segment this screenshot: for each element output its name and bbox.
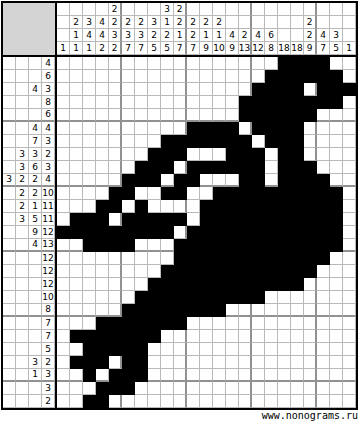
grid-cell[interactable]	[317, 122, 330, 135]
grid-cell[interactable]	[317, 109, 330, 122]
grid-cell[interactable]	[265, 291, 278, 304]
grid-cell[interactable]	[187, 57, 200, 70]
grid-cell[interactable]	[57, 174, 70, 187]
grid-cell[interactable]	[174, 369, 187, 382]
grid-cell[interactable]	[291, 356, 304, 369]
grid-cell[interactable]	[265, 278, 278, 291]
grid-cell[interactable]	[161, 83, 174, 96]
grid-cell[interactable]	[161, 57, 174, 70]
grid-cell[interactable]	[317, 226, 330, 239]
grid-cell[interactable]	[343, 148, 356, 161]
grid-cell[interactable]	[96, 96, 109, 109]
grid-cell[interactable]	[135, 278, 148, 291]
grid-cell[interactable]	[200, 109, 213, 122]
grid-cell[interactable]	[174, 109, 187, 122]
grid-cell[interactable]	[213, 135, 226, 148]
grid-cell[interactable]	[83, 96, 96, 109]
grid-cell[interactable]	[304, 96, 317, 109]
grid-cell[interactable]	[317, 369, 330, 382]
grid-cell[interactable]	[83, 70, 96, 83]
grid-cell[interactable]	[109, 226, 122, 239]
grid-cell[interactable]	[122, 252, 135, 265]
grid-cell[interactable]	[109, 148, 122, 161]
grid-cell[interactable]	[70, 395, 83, 408]
grid-cell[interactable]	[304, 395, 317, 408]
grid-cell[interactable]	[161, 382, 174, 395]
grid-cell[interactable]	[291, 161, 304, 174]
grid-cell[interactable]	[109, 252, 122, 265]
grid-cell[interactable]	[57, 330, 70, 343]
grid-cell[interactable]	[122, 200, 135, 213]
grid-cell[interactable]	[161, 174, 174, 187]
grid-cell[interactable]	[148, 343, 161, 356]
grid-cell[interactable]	[174, 395, 187, 408]
grid-cell[interactable]	[226, 174, 239, 187]
grid-cell[interactable]	[200, 161, 213, 174]
grid-cell[interactable]	[343, 330, 356, 343]
grid-cell[interactable]	[239, 395, 252, 408]
grid-cell[interactable]	[213, 200, 226, 213]
grid-cell[interactable]	[200, 382, 213, 395]
grid-cell[interactable]	[213, 174, 226, 187]
grid-cell[interactable]	[239, 265, 252, 278]
grid-cell[interactable]	[148, 317, 161, 330]
grid-cell[interactable]	[174, 161, 187, 174]
grid-cell[interactable]	[122, 278, 135, 291]
grid-cell[interactable]	[330, 395, 343, 408]
grid-cell[interactable]	[226, 265, 239, 278]
grid-cell[interactable]	[278, 174, 291, 187]
grid-cell[interactable]	[291, 330, 304, 343]
grid-cell[interactable]	[239, 252, 252, 265]
grid-cell[interactable]	[213, 70, 226, 83]
grid-cell[interactable]	[174, 135, 187, 148]
grid-cell[interactable]	[135, 343, 148, 356]
grid-cell[interactable]	[278, 304, 291, 317]
grid-cell[interactable]	[278, 382, 291, 395]
grid-cell[interactable]	[57, 96, 70, 109]
grid-cell[interactable]	[122, 317, 135, 330]
grid-cell[interactable]	[135, 265, 148, 278]
grid-cell[interactable]	[57, 148, 70, 161]
grid-cell[interactable]	[265, 226, 278, 239]
grid-cell[interactable]	[304, 382, 317, 395]
grid-cell[interactable]	[343, 135, 356, 148]
grid-cell[interactable]	[239, 330, 252, 343]
grid-cell[interactable]	[96, 213, 109, 226]
grid-cell[interactable]	[213, 109, 226, 122]
grid-cell[interactable]	[57, 213, 70, 226]
grid-cell[interactable]	[330, 382, 343, 395]
grid-cell[interactable]	[291, 226, 304, 239]
grid-cell[interactable]	[213, 382, 226, 395]
grid-cell[interactable]	[187, 83, 200, 96]
grid-cell[interactable]	[265, 343, 278, 356]
grid-cell[interactable]	[148, 109, 161, 122]
grid-cell[interactable]	[161, 96, 174, 109]
grid-cell[interactable]	[330, 239, 343, 252]
grid-cell[interactable]	[317, 174, 330, 187]
grid-cell[interactable]	[200, 213, 213, 226]
grid-cell[interactable]	[304, 278, 317, 291]
grid-cell[interactable]	[200, 278, 213, 291]
grid-cell[interactable]	[57, 291, 70, 304]
grid-cell[interactable]	[330, 278, 343, 291]
grid-cell[interactable]	[122, 356, 135, 369]
grid-cell[interactable]	[278, 291, 291, 304]
grid-cell[interactable]	[291, 122, 304, 135]
grid-cell[interactable]	[291, 291, 304, 304]
grid-cell[interactable]	[109, 382, 122, 395]
grid-cell[interactable]	[96, 265, 109, 278]
grid-cell[interactable]	[343, 57, 356, 70]
grid-cell[interactable]	[174, 278, 187, 291]
grid-cell[interactable]	[265, 57, 278, 70]
grid-cell[interactable]	[96, 148, 109, 161]
grid-cell[interactable]	[200, 57, 213, 70]
grid-cell[interactable]	[57, 265, 70, 278]
grid-cell[interactable]	[252, 187, 265, 200]
grid-cell[interactable]	[226, 356, 239, 369]
grid-cell[interactable]	[109, 83, 122, 96]
grid-cell[interactable]	[317, 161, 330, 174]
grid-cell[interactable]	[161, 252, 174, 265]
grid-cell[interactable]	[252, 161, 265, 174]
grid-cell[interactable]	[83, 174, 96, 187]
grid-cell[interactable]	[174, 356, 187, 369]
grid-cell[interactable]	[148, 369, 161, 382]
grid-cell[interactable]	[304, 109, 317, 122]
grid-cell[interactable]	[135, 148, 148, 161]
grid-cell[interactable]	[83, 226, 96, 239]
grid-cell[interactable]	[317, 83, 330, 96]
grid-cell[interactable]	[226, 70, 239, 83]
grid-cell[interactable]	[343, 356, 356, 369]
grid-cell[interactable]	[161, 317, 174, 330]
grid-cell[interactable]	[57, 239, 70, 252]
grid-cell[interactable]	[161, 161, 174, 174]
grid-cell[interactable]	[226, 226, 239, 239]
grid-cell[interactable]	[122, 395, 135, 408]
grid-cell[interactable]	[291, 343, 304, 356]
grid-cell[interactable]	[239, 122, 252, 135]
grid-cell[interactable]	[148, 291, 161, 304]
grid-cell[interactable]	[83, 109, 96, 122]
grid-cell[interactable]	[57, 200, 70, 213]
grid-cell[interactable]	[291, 96, 304, 109]
grid-cell[interactable]	[174, 330, 187, 343]
grid-cell[interactable]	[174, 239, 187, 252]
grid-cell[interactable]	[83, 213, 96, 226]
grid-cell[interactable]	[265, 317, 278, 330]
grid-cell[interactable]	[291, 109, 304, 122]
grid-cell[interactable]	[96, 135, 109, 148]
grid-cell[interactable]	[239, 200, 252, 213]
grid-cell[interactable]	[291, 265, 304, 278]
grid-cell[interactable]	[265, 330, 278, 343]
grid-cell[interactable]	[200, 356, 213, 369]
grid-cell[interactable]	[200, 265, 213, 278]
grid-cell[interactable]	[330, 317, 343, 330]
grid-cell[interactable]	[200, 174, 213, 187]
grid-cell[interactable]	[57, 395, 70, 408]
grid-cell[interactable]	[343, 395, 356, 408]
grid-cell[interactable]	[278, 239, 291, 252]
grid-cell[interactable]	[330, 304, 343, 317]
grid-cell[interactable]	[148, 252, 161, 265]
grid-cell[interactable]	[148, 382, 161, 395]
grid-cell[interactable]	[304, 304, 317, 317]
grid-cell[interactable]	[226, 109, 239, 122]
grid-cell[interactable]	[239, 187, 252, 200]
grid-cell[interactable]	[252, 304, 265, 317]
grid-cell[interactable]	[291, 148, 304, 161]
grid-cell[interactable]	[70, 135, 83, 148]
grid-cell[interactable]	[317, 135, 330, 148]
grid-cell[interactable]	[200, 369, 213, 382]
grid-cell[interactable]	[83, 161, 96, 174]
grid-cell[interactable]	[239, 226, 252, 239]
grid-cell[interactable]	[343, 213, 356, 226]
grid-cell[interactable]	[70, 265, 83, 278]
grid-cell[interactable]	[161, 291, 174, 304]
grid-cell[interactable]	[187, 135, 200, 148]
grid-cell[interactable]	[343, 317, 356, 330]
grid-cell[interactable]	[187, 356, 200, 369]
grid-cell[interactable]	[278, 330, 291, 343]
grid-cell[interactable]	[96, 356, 109, 369]
grid-cell[interactable]	[317, 330, 330, 343]
grid-cell[interactable]	[304, 291, 317, 304]
grid-cell[interactable]	[70, 70, 83, 83]
grid-cell[interactable]	[122, 83, 135, 96]
grid-cell[interactable]	[304, 135, 317, 148]
grid-cell[interactable]	[70, 330, 83, 343]
grid-cell[interactable]	[200, 96, 213, 109]
grid-cell[interactable]	[343, 291, 356, 304]
grid-cell[interactable]	[343, 382, 356, 395]
grid-cell[interactable]	[265, 83, 278, 96]
grid-cell[interactable]	[57, 161, 70, 174]
grid-cell[interactable]	[200, 330, 213, 343]
grid-cell[interactable]	[57, 278, 70, 291]
grid-cell[interactable]	[83, 278, 96, 291]
grid-cell[interactable]	[226, 96, 239, 109]
grid-cell[interactable]	[239, 70, 252, 83]
grid-cell[interactable]	[330, 70, 343, 83]
grid-cell[interactable]	[70, 252, 83, 265]
grid-cell[interactable]	[57, 57, 70, 70]
grid-cell[interactable]	[304, 213, 317, 226]
grid-cell[interactable]	[317, 343, 330, 356]
grid-cell[interactable]	[135, 161, 148, 174]
grid-cell[interactable]	[291, 369, 304, 382]
grid-cell[interactable]	[213, 213, 226, 226]
grid-cell[interactable]	[343, 343, 356, 356]
grid-cell[interactable]	[252, 343, 265, 356]
grid-cell[interactable]	[174, 187, 187, 200]
grid-cell[interactable]	[57, 70, 70, 83]
grid-cell[interactable]	[291, 200, 304, 213]
grid-cell[interactable]	[200, 239, 213, 252]
grid-cell[interactable]	[57, 226, 70, 239]
grid-cell[interactable]	[161, 226, 174, 239]
grid-cell[interactable]	[148, 70, 161, 83]
grid-cell[interactable]	[122, 187, 135, 200]
grid-cell[interactable]	[96, 291, 109, 304]
grid-cell[interactable]	[226, 382, 239, 395]
grid-cell[interactable]	[200, 135, 213, 148]
grid-cell[interactable]	[239, 135, 252, 148]
grid-cell[interactable]	[291, 278, 304, 291]
grid-cell[interactable]	[213, 304, 226, 317]
grid-cell[interactable]	[278, 122, 291, 135]
grid-cell[interactable]	[96, 161, 109, 174]
grid-cell[interactable]	[304, 369, 317, 382]
grid-cell[interactable]	[83, 291, 96, 304]
grid-cell[interactable]	[239, 83, 252, 96]
grid-cell[interactable]	[122, 174, 135, 187]
grid-cell[interactable]	[291, 57, 304, 70]
grid-cell[interactable]	[304, 252, 317, 265]
grid-cell[interactable]	[83, 187, 96, 200]
grid-cell[interactable]	[317, 395, 330, 408]
grid-cell[interactable]	[122, 330, 135, 343]
grid-cell[interactable]	[96, 317, 109, 330]
grid-cell[interactable]	[148, 200, 161, 213]
grid-cell[interactable]	[57, 304, 70, 317]
grid-cell[interactable]	[330, 265, 343, 278]
grid-cell[interactable]	[187, 96, 200, 109]
grid-cell[interactable]	[213, 356, 226, 369]
grid-cell[interactable]	[317, 252, 330, 265]
grid-cell[interactable]	[317, 70, 330, 83]
grid-cell[interactable]	[213, 187, 226, 200]
grid-cell[interactable]	[330, 109, 343, 122]
grid-cell[interactable]	[148, 330, 161, 343]
grid-cell[interactable]	[161, 70, 174, 83]
grid-cell[interactable]	[226, 252, 239, 265]
grid-cell[interactable]	[70, 304, 83, 317]
grid-cell[interactable]	[226, 369, 239, 382]
grid-cell[interactable]	[304, 83, 317, 96]
grid-cell[interactable]	[252, 356, 265, 369]
grid-cell[interactable]	[252, 291, 265, 304]
grid-cell[interactable]	[265, 135, 278, 148]
grid-cell[interactable]	[109, 356, 122, 369]
grid-cell[interactable]	[187, 369, 200, 382]
grid-cell[interactable]	[213, 226, 226, 239]
grid-cell[interactable]	[239, 109, 252, 122]
grid-cell[interactable]	[148, 213, 161, 226]
grid-cell[interactable]	[330, 291, 343, 304]
grid-cell[interactable]	[161, 148, 174, 161]
grid-cell[interactable]	[343, 278, 356, 291]
grid-cell[interactable]	[83, 395, 96, 408]
grid-cell[interactable]	[96, 369, 109, 382]
grid-cell[interactable]	[148, 83, 161, 96]
grid-cell[interactable]	[161, 265, 174, 278]
grid-cell[interactable]	[96, 395, 109, 408]
grid-cell[interactable]	[239, 343, 252, 356]
grid-cell[interactable]	[330, 200, 343, 213]
grid-cell[interactable]	[330, 135, 343, 148]
grid-cell[interactable]	[109, 174, 122, 187]
grid-cell[interactable]	[239, 57, 252, 70]
grid-cell[interactable]	[109, 96, 122, 109]
grid-cell[interactable]	[174, 148, 187, 161]
grid-cell[interactable]	[161, 356, 174, 369]
grid-cell[interactable]	[83, 356, 96, 369]
grid-cell[interactable]	[148, 135, 161, 148]
grid-cell[interactable]	[135, 291, 148, 304]
grid-cell[interactable]	[252, 213, 265, 226]
grid-cell[interactable]	[70, 57, 83, 70]
grid-cell[interactable]	[278, 200, 291, 213]
grid-cell[interactable]	[135, 187, 148, 200]
grid-cell[interactable]	[135, 382, 148, 395]
grid-cell[interactable]	[135, 213, 148, 226]
grid-cell[interactable]	[317, 317, 330, 330]
grid-cell[interactable]	[200, 200, 213, 213]
grid-cell[interactable]	[148, 96, 161, 109]
grid-cell[interactable]	[213, 252, 226, 265]
grid-cell[interactable]	[317, 187, 330, 200]
grid-cell[interactable]	[304, 317, 317, 330]
grid-cell[interactable]	[200, 83, 213, 96]
grid-cell[interactable]	[278, 343, 291, 356]
grid-cell[interactable]	[161, 135, 174, 148]
grid-cell[interactable]	[83, 200, 96, 213]
grid-cell[interactable]	[109, 304, 122, 317]
grid-cell[interactable]	[148, 174, 161, 187]
grid-cell[interactable]	[239, 161, 252, 174]
grid-cell[interactable]	[304, 148, 317, 161]
grid-cell[interactable]	[317, 57, 330, 70]
grid-cell[interactable]	[317, 356, 330, 369]
grid-cell[interactable]	[187, 343, 200, 356]
grid-cell[interactable]	[252, 330, 265, 343]
grid-cell[interactable]	[278, 70, 291, 83]
grid-cell[interactable]	[317, 148, 330, 161]
grid-cell[interactable]	[187, 239, 200, 252]
grid-cell[interactable]	[265, 356, 278, 369]
grid-cell[interactable]	[70, 382, 83, 395]
grid-cell[interactable]	[122, 226, 135, 239]
grid-cell[interactable]	[109, 278, 122, 291]
grid-cell[interactable]	[304, 330, 317, 343]
grid-cell[interactable]	[278, 57, 291, 70]
grid-cell[interactable]	[343, 174, 356, 187]
grid-cell[interactable]	[135, 369, 148, 382]
grid-cell[interactable]	[96, 252, 109, 265]
grid-cell[interactable]	[135, 239, 148, 252]
grid-cell[interactable]	[226, 278, 239, 291]
grid-cell[interactable]	[330, 148, 343, 161]
grid-cell[interactable]	[200, 291, 213, 304]
grid-cell[interactable]	[109, 161, 122, 174]
grid-cell[interactable]	[96, 226, 109, 239]
grid-cell[interactable]	[226, 343, 239, 356]
grid-cell[interactable]	[317, 96, 330, 109]
grid-cell[interactable]	[187, 226, 200, 239]
grid-cell[interactable]	[213, 369, 226, 382]
grid-cell[interactable]	[109, 330, 122, 343]
grid-cell[interactable]	[70, 369, 83, 382]
grid-cell[interactable]	[70, 161, 83, 174]
grid-cell[interactable]	[83, 148, 96, 161]
grid-cell[interactable]	[109, 343, 122, 356]
